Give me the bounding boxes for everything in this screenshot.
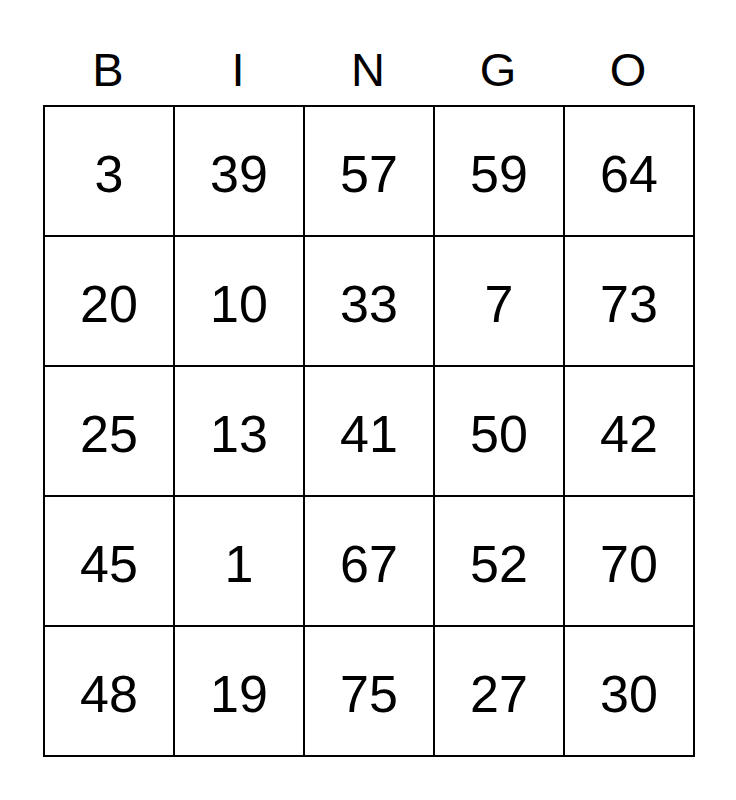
header-letter-o: O [563, 38, 693, 100]
cell-r2c5[interactable]: 73 [564, 236, 694, 366]
cell-r5c4[interactable]: 27 [434, 626, 564, 756]
cell-r3c4[interactable]: 50 [434, 366, 564, 496]
cell-r4c4[interactable]: 52 [434, 496, 564, 626]
cell-r2c3[interactable]: 33 [304, 236, 434, 366]
cell-r5c2[interactable]: 19 [174, 626, 304, 756]
cell-r3c2[interactable]: 13 [174, 366, 304, 496]
cell-r3c3[interactable]: 41 [304, 366, 434, 496]
cell-r1c3[interactable]: 57 [304, 106, 434, 236]
cell-r4c2[interactable]: 1 [174, 496, 304, 626]
cell-r4c5[interactable]: 70 [564, 496, 694, 626]
cell-r1c5[interactable]: 64 [564, 106, 694, 236]
cell-r1c4[interactable]: 59 [434, 106, 564, 236]
bingo-header: B I N G O [43, 38, 693, 100]
cell-r2c4[interactable]: 7 [434, 236, 564, 366]
bingo-grid: 3 39 57 59 64 20 10 33 7 73 25 13 41 50 … [43, 105, 695, 757]
cell-r1c1[interactable]: 3 [44, 106, 174, 236]
cell-r1c2[interactable]: 39 [174, 106, 304, 236]
header-letter-g: G [433, 38, 563, 100]
cell-r2c1[interactable]: 20 [44, 236, 174, 366]
cell-r4c1[interactable]: 45 [44, 496, 174, 626]
cell-r3c1[interactable]: 25 [44, 366, 174, 496]
header-letter-i: I [173, 38, 303, 100]
cell-r5c1[interactable]: 48 [44, 626, 174, 756]
header-letter-n: N [303, 38, 433, 100]
header-letter-b: B [43, 38, 173, 100]
cell-r2c2[interactable]: 10 [174, 236, 304, 366]
cell-r3c5[interactable]: 42 [564, 366, 694, 496]
bingo-card-page: B I N G O 3 39 57 59 64 20 10 33 7 73 25… [0, 0, 736, 800]
cell-r4c3[interactable]: 67 [304, 496, 434, 626]
cell-r5c3[interactable]: 75 [304, 626, 434, 756]
cell-r5c5[interactable]: 30 [564, 626, 694, 756]
